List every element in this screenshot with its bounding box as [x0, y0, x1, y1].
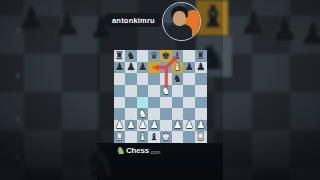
- rank-label: 5: [16, 116, 20, 123]
- square-c3: ♞: [137, 108, 149, 120]
- square-a4: [114, 97, 126, 109]
- square-b2: ♟: [125, 120, 137, 132]
- square-a8: ♜: [114, 50, 126, 62]
- square-c4: [137, 97, 149, 109]
- white-pawn-piece: ♟: [173, 120, 182, 130]
- square-b1: [125, 131, 137, 143]
- square-a5: [114, 85, 126, 97]
- square-g4: [183, 97, 195, 109]
- square-h4: [195, 97, 207, 109]
- square-g1: [183, 131, 195, 143]
- square-d1: ♝: [148, 131, 160, 143]
- chesscom-knight-icon: ♞: [116, 146, 125, 156]
- square-a7: ♟: [114, 62, 126, 74]
- square-e7: [160, 62, 172, 74]
- username-label: antonkimru: [112, 16, 155, 25]
- chesscom-logo[interactable]: ♞ Chess .com: [116, 146, 160, 156]
- square-f8: ♝: [172, 50, 184, 62]
- square-e6: [160, 73, 172, 85]
- avatar-face: [173, 11, 186, 26]
- square-g2: ♟: [183, 120, 195, 132]
- white-bishop-piece: ♝: [138, 132, 147, 142]
- square-d6: [148, 73, 160, 85]
- square-g5: [183, 85, 195, 97]
- black-rook-piece: ♜: [115, 51, 124, 61]
- chess-board: ♜♞♛♚♝♜♟♟♟♝♟♟♞♞♞♟♟♟♟♟♟♟♜♝♝♚♜: [114, 50, 207, 143]
- black-knight-piece: ♞: [173, 74, 182, 84]
- square-d2: ♟: [148, 120, 160, 132]
- square-g6: [183, 73, 195, 85]
- square-c7: ♟: [137, 62, 149, 74]
- white-bishop-piece: ♝: [173, 62, 182, 72]
- square-d7: [148, 62, 160, 74]
- square-e4: [160, 97, 172, 109]
- square-g8: [183, 50, 195, 62]
- square-b5: [125, 85, 137, 97]
- knight-icon: ♞: [79, 142, 117, 180]
- white-pawn-piece: ♟: [184, 120, 193, 130]
- square-b7: ♟: [125, 62, 137, 74]
- square-h1: ♜: [195, 131, 207, 143]
- black-knight-piece: ♞: [126, 51, 135, 61]
- white-pawn-piece: ♟: [138, 120, 147, 130]
- white-pawn-piece: ♟: [150, 120, 159, 130]
- white-pawn-piece: ♟: [196, 120, 205, 130]
- black-pawn-piece: ♟: [115, 62, 124, 72]
- pawn-icon: ♟: [17, 2, 46, 34]
- square-b8: ♞: [125, 50, 137, 62]
- white-rook-piece: ♜: [196, 132, 205, 142]
- square-f6: ♞: [172, 73, 184, 85]
- square-a6: [114, 73, 126, 85]
- black-pawn-piece: ♟: [196, 62, 205, 72]
- square-f5: [172, 85, 184, 97]
- rank-label: 4: [16, 154, 20, 161]
- square-b6: [125, 73, 137, 85]
- square-f3: [172, 108, 184, 120]
- white-pawn-piece: ♟: [126, 120, 135, 130]
- square-h8: ♜: [195, 50, 207, 62]
- square-e2: [160, 120, 172, 132]
- username-pill[interactable]: antonkimru: [104, 13, 163, 27]
- white-knight-piece: ♞: [161, 86, 170, 96]
- square-d4: [148, 97, 160, 109]
- black-pawn-piece: ♟: [138, 62, 147, 72]
- black-pawn-piece: ♟: [126, 62, 135, 72]
- square-e8: ♚: [160, 50, 172, 62]
- chesscom-logo-text: Chess: [126, 146, 149, 156]
- white-king-piece: ♚: [161, 132, 170, 142]
- square-d8: ♛: [148, 50, 160, 62]
- square-f7: ♝: [172, 62, 184, 74]
- square-c5: [137, 85, 149, 97]
- avatar[interactable]: [162, 2, 201, 41]
- video-frame[interactable]: 7654 ♟♟♟♝♞♟♟♟ ♞ antonkimru ♜♞♛♚♝♜♟♟♟♝♟♟♞…: [0, 0, 320, 180]
- square-d5: [148, 85, 160, 97]
- square-e3: [160, 108, 172, 120]
- square-c6: [137, 73, 149, 85]
- square-c2: ♟: [137, 120, 149, 132]
- black-king-piece: ♚: [161, 51, 170, 61]
- square-f1: [172, 131, 184, 143]
- square-g7: ♟: [183, 62, 195, 74]
- black-rook-piece: ♜: [196, 51, 205, 61]
- white-rook-piece: ♜: [115, 132, 124, 142]
- square-c8: [137, 50, 149, 62]
- square-b4: [125, 97, 137, 109]
- square-e1: ♚: [160, 131, 172, 143]
- white-knight-piece: ♞: [138, 109, 147, 119]
- square-g3: [183, 108, 195, 120]
- pawn-icon: ♟: [270, 13, 299, 45]
- black-bishop-piece: ♝: [150, 132, 159, 142]
- black-pawn-piece: ♟: [184, 62, 193, 72]
- black-queen-piece: ♛: [150, 51, 159, 61]
- square-b3: [125, 108, 137, 120]
- square-a1: ♜: [114, 131, 126, 143]
- rank-label: 6: [16, 72, 20, 79]
- square-e5: ♞: [160, 85, 172, 97]
- chesscom-logo-suffix: .com: [149, 148, 160, 156]
- square-a3: [114, 108, 126, 120]
- pawn-icon: ♟: [53, 8, 82, 40]
- square-f2: ♟: [172, 120, 184, 132]
- pawn-icon: ♟: [239, 7, 268, 39]
- square-h2: ♟: [195, 120, 207, 132]
- square-f4: [172, 97, 184, 109]
- square-c1: ♝: [137, 131, 149, 143]
- square-a2: ♟: [114, 120, 126, 132]
- square-h7: ♟: [195, 62, 207, 74]
- square-h6: [195, 73, 207, 85]
- pawn-icon: ♟: [300, 19, 320, 49]
- black-bishop-piece: ♝: [173, 51, 182, 61]
- square-h3: [195, 108, 207, 120]
- white-pawn-piece: ♟: [115, 120, 124, 130]
- square-d3: [148, 108, 160, 120]
- square-h5: [195, 85, 207, 97]
